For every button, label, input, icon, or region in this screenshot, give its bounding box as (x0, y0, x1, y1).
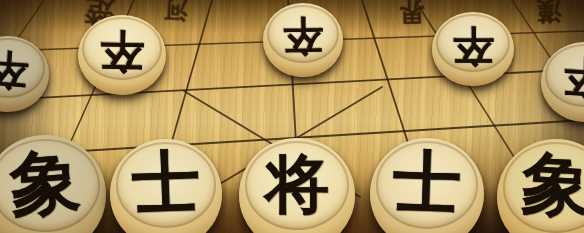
piece-character-black-elephant-right: 象 (520, 150, 584, 221)
piece-character-black-elephant-left: 象 (8, 146, 83, 221)
piece-character-black-soldier-file-5: 卒 (283, 16, 324, 57)
piece-character-black-soldier-file-3: 卒 (100, 29, 145, 74)
piece-black-soldier-file-7[interactable]: 卒 (432, 12, 514, 86)
piece-black-soldier-file-5[interactable]: 卒 (263, 3, 343, 77)
piece-black-soldier-file-3[interactable]: 卒 (78, 15, 166, 95)
piece-character-black-advisor-left: 士 (131, 148, 201, 218)
piece-character-black-general: 将 (265, 152, 329, 216)
piece-character-black-soldier-file-7: 卒 (453, 25, 494, 66)
piece-character-black-soldier-file-9: 卒 (562, 55, 584, 100)
piece-character-black-advisor-right: 士 (392, 148, 462, 218)
piece-character-black-soldier-file-1: 卒 (0, 49, 29, 92)
xiangqi-board-photo: 楚河界漢 卒卒卒卒卒象士将士象 (0, 0, 584, 233)
